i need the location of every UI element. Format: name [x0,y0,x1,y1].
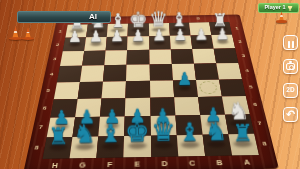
rank-label-left-2: 2 [56,43,60,47]
camera-button[interactable] [283,59,298,74]
rank-label-right-4: 4 [245,69,249,73]
piece-black-rook-h8[interactable]: ♜ [47,125,68,148]
player-name-label: Player 1 [264,5,285,11]
square-e4[interactable] [126,65,149,81]
chess-board-frame: ♜♝♛♚♝♞♜♟♟♟♟♟♟♟♟♞♜♞♝♛♚♝♞♜♟♟♟♟♟♟♟ HHGGFFEE… [23,14,279,169]
piece-black-king-e8[interactable]: ♚ [125,119,150,147]
view-2d-button[interactable]: 2D [283,83,298,98]
square-f3[interactable] [105,50,128,65]
square-b3[interactable] [192,49,216,64]
square-f5[interactable] [102,81,127,98]
square-b4[interactable] [194,64,219,80]
rank-label-left-1: 1 [59,30,63,33]
square-h4[interactable] [57,66,82,82]
piece-black-rook-a8[interactable]: ♜ [233,121,254,144]
board-squares[interactable]: ♜♝♛♚♝♞♜♟♟♟♟♟♟♟♟♞♜♞♝♛♚♝♞♜♟♟♟♟♟♟♟ [43,22,259,159]
file-label-near-c: C [189,160,196,167]
file-label-near-b: B [216,159,223,166]
opponent-name-badge: AI [17,11,111,23]
square-c3[interactable] [171,49,194,64]
game-screen: ♜♝♛♚♝♞♜♟♟♟♟♟♟♟♟♞♜♞♝♛♚♝♞♜♟♟♟♟♟♟♟ HHGGFFEE… [0,0,300,169]
piece-black-queen-d8[interactable]: ♛ [151,118,176,146]
traffic-cone-icon [23,27,33,39]
rank-label-left-5: 5 [46,88,50,92]
camera-icon [286,63,295,70]
undo-button[interactable]: ↶ [283,107,298,122]
pause-icon [287,34,295,52]
square-h5[interactable] [54,82,80,99]
file-label-near-e: E [134,161,140,168]
piece-white-pawn-e2[interactable]: ♟ [131,28,145,44]
piece-white-pawn-d2[interactable]: ♟ [152,27,166,43]
rank-label-right-1: 1 [235,26,239,29]
rank-label-right-2: 2 [238,40,242,44]
undo-arrow-icon: ↶ [286,109,295,120]
piece-black-pawn-c5[interactable]: ♟ [177,71,193,89]
piece-white-pawn-h2[interactable]: ♟ [67,29,81,45]
rank-label-left-6: 6 [42,106,47,111]
square-c6[interactable] [174,97,200,116]
trophy-icon [288,6,293,11]
piece-white-pawn-b2[interactable]: ♟ [195,26,209,42]
traffic-cone-icon [277,11,286,22]
rank-label-right-7: 7 [257,121,262,126]
file-label-near-d: D [162,160,168,167]
square-e3[interactable] [127,50,149,65]
square-g4[interactable] [80,66,104,82]
file-label-near-f: F [107,161,112,168]
rank-label-left-7: 7 [38,125,43,130]
square-f4[interactable] [103,65,127,81]
square-e5[interactable] [126,81,150,98]
rank-label-left-4: 4 [50,72,54,76]
opponent-name-label: AI [89,13,97,21]
square-g5[interactable] [78,81,103,98]
traffic-cone-icon [10,26,21,39]
piece-white-pawn-a2[interactable]: ♟ [216,26,230,42]
square-a4[interactable] [216,63,242,79]
view-2d-label: 2D [286,87,294,94]
piece-white-pawn-c2[interactable]: ♟ [173,27,187,43]
square-a3[interactable] [214,49,239,64]
piece-black-bishop-c8[interactable]: ♝ [179,120,202,146]
square-d4[interactable] [149,64,172,80]
pause-button[interactable] [283,35,298,50]
piece-black-bishop-f8[interactable]: ♝ [99,121,122,147]
file-label-near-g: G [79,161,86,168]
square-h3[interactable] [60,51,84,66]
rank-label-left-8: 8 [34,145,39,151]
square-g3[interactable] [82,51,106,66]
file-label-far-b: B [197,17,201,20]
rank-label-right-8: 8 [262,141,267,147]
rank-label-right-5: 5 [249,85,253,89]
rank-label-left-3: 3 [53,57,57,61]
square-d3[interactable] [149,50,172,65]
piece-white-pawn-f2[interactable]: ♟ [110,28,124,44]
square-a5[interactable] [219,79,246,96]
file-label-near-a: A [243,159,250,166]
piece-black-knight-g8[interactable]: ♞ [73,122,96,148]
rank-label-right-3: 3 [241,54,245,58]
file-label-near-h: H [51,162,58,169]
square-d5[interactable] [150,80,174,97]
rank-label-right-6: 6 [253,102,258,107]
piece-white-pawn-g2[interactable]: ♟ [89,28,103,44]
piece-black-knight-b8[interactable]: ♞ [205,120,228,146]
